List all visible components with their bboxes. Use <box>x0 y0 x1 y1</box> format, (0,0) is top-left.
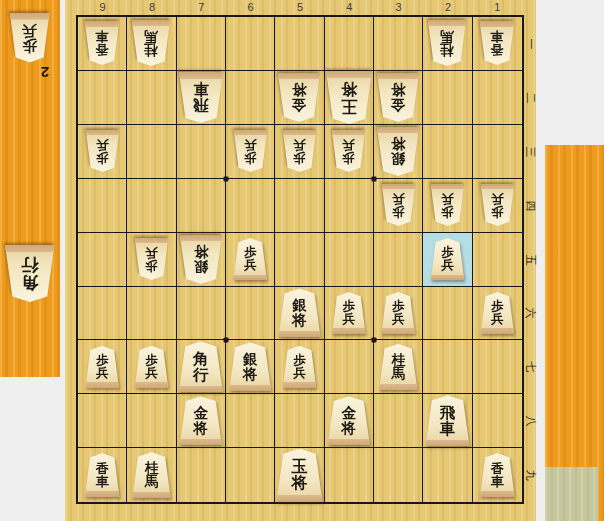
piece-face: 歩兵 <box>480 184 515 226</box>
square-1-9[interactable]: 香車 <box>473 448 522 502</box>
square-6-3[interactable]: 歩兵 <box>226 125 275 179</box>
file-label-7: 7 <box>198 1 204 14</box>
hoshi-dot <box>224 176 229 181</box>
piece-pawn-gote[interactable]: 歩兵 <box>9 13 50 63</box>
file-label-4: 4 <box>346 1 352 14</box>
piece-pawn-sente[interactable]: 歩兵 <box>430 238 465 280</box>
square-9-9[interactable]: 香車 <box>78 448 127 502</box>
rank-label-4: 四 <box>525 200 536 211</box>
piece-knight-gote[interactable]: 桂馬 <box>427 20 467 66</box>
piece-pawn-gote[interactable]: 歩兵 <box>85 130 120 172</box>
square-6-5[interactable]: 歩兵 <box>226 233 275 287</box>
rank-label-2: 二 <box>525 92 536 103</box>
square-2-6[interactable] <box>423 287 472 341</box>
piece-face: 歩兵 <box>430 238 465 280</box>
piece-face: 桂馬 <box>131 20 171 66</box>
square-4-7[interactable] <box>325 340 374 394</box>
piece-face: 歩兵 <box>381 292 416 334</box>
piece-face: 歩兵 <box>331 130 366 172</box>
rank-label-8: 八 <box>525 416 536 427</box>
square-3-1[interactable] <box>374 17 423 71</box>
square-6-8[interactable] <box>226 394 275 448</box>
piece-face: 歩兵 <box>85 346 120 388</box>
square-6-6[interactable] <box>226 287 275 341</box>
square-3-4[interactable]: 歩兵 <box>374 179 423 233</box>
square-5-4[interactable] <box>275 179 324 233</box>
square-8-3[interactable] <box>127 125 176 179</box>
piece-pawn-sente[interactable]: 歩兵 <box>282 346 317 388</box>
file-label-6: 6 <box>248 1 254 14</box>
piece-knight-gote[interactable]: 桂馬 <box>131 20 171 66</box>
piece-face: 歩兵 <box>233 238 268 280</box>
square-3-7[interactable]: 桂馬 <box>374 340 423 394</box>
hoshi-dot <box>372 176 377 181</box>
piece-gold-gote[interactable]: 金将 <box>376 73 420 122</box>
square-1-7[interactable] <box>473 340 522 394</box>
piece-gold-gote[interactable]: 金将 <box>277 73 321 122</box>
square-4-5[interactable] <box>325 233 374 287</box>
rank-label-3: 三 <box>525 146 536 157</box>
rank-label-7: 七 <box>525 362 536 373</box>
square-8-6[interactable] <box>127 287 176 341</box>
piece-face: 香車 <box>84 453 120 497</box>
piece-face: 銀将 <box>228 342 272 391</box>
piece-pawn-gote[interactable]: 歩兵 <box>480 184 515 226</box>
square-5-8[interactable] <box>275 394 324 448</box>
square-8-2[interactable] <box>127 71 176 125</box>
square-7-9[interactable] <box>177 448 226 502</box>
piece-silver-gote[interactable]: 銀将 <box>376 127 420 176</box>
square-8-4[interactable] <box>127 179 176 233</box>
piece-face: 香車 <box>84 21 120 65</box>
square-4-6[interactable]: 歩兵 <box>325 287 374 341</box>
rank-label-1: 一 <box>525 38 536 49</box>
piece-face: 金将 <box>376 73 420 122</box>
piece-lance-gote[interactable]: 香車 <box>479 21 515 65</box>
square-5-7[interactable]: 歩兵 <box>275 340 324 394</box>
piece-pawn-gote[interactable]: 歩兵 <box>381 184 416 226</box>
square-8-1[interactable]: 桂馬 <box>127 17 176 71</box>
square-4-3[interactable]: 歩兵 <box>325 125 374 179</box>
square-9-7[interactable]: 歩兵 <box>78 340 127 394</box>
square-9-4[interactable] <box>78 179 127 233</box>
piece-face: 歩兵 <box>233 130 268 172</box>
piece-face: 金将 <box>327 396 371 445</box>
piece-face: 歩兵 <box>480 292 515 334</box>
piece-silver-gote[interactable]: 銀将 <box>179 235 223 284</box>
piece-face: 歩兵 <box>9 13 50 63</box>
piece-face: 歩兵 <box>381 184 416 226</box>
piece-gold-sente[interactable]: 金将 <box>327 396 371 445</box>
square-2-8[interactable]: 飛車 <box>423 394 472 448</box>
square-1-3[interactable] <box>473 125 522 179</box>
square-6-9[interactable] <box>226 448 275 502</box>
piece-bishop-gote[interactable]: 角行 <box>4 245 56 302</box>
square-7-5[interactable]: 銀将 <box>177 233 226 287</box>
piece-face: 歩兵 <box>282 346 317 388</box>
piece-knight-sente[interactable]: 桂馬 <box>378 344 418 390</box>
piece-face: 歩兵 <box>134 238 169 280</box>
square-3-3[interactable]: 銀将 <box>374 125 423 179</box>
square-2-1[interactable]: 桂馬 <box>423 17 472 71</box>
square-8-5[interactable]: 歩兵 <box>127 233 176 287</box>
piece-pawn-sente[interactable]: 歩兵 <box>381 292 416 334</box>
piece-face: 桂馬 <box>427 20 467 66</box>
piece-face: 香車 <box>479 453 515 497</box>
piece-rook-sente[interactable]: 飛車 <box>424 395 470 446</box>
square-5-6[interactable]: 銀将 <box>275 287 324 341</box>
square-3-6[interactable]: 歩兵 <box>374 287 423 341</box>
piece-pawn-gote[interactable]: 歩兵 <box>282 130 317 172</box>
piece-face: 桂馬 <box>131 452 171 498</box>
piece-face: 飛車 <box>178 72 224 123</box>
square-3-9[interactable] <box>374 448 423 502</box>
square-7-3[interactable] <box>177 125 226 179</box>
piece-face: 銀将 <box>179 235 223 284</box>
piece-face: 角行 <box>4 245 56 302</box>
piece-face: 玉将 <box>275 449 323 502</box>
square-6-1[interactable] <box>226 17 275 71</box>
square-7-8[interactable]: 金将 <box>177 394 226 448</box>
piece-pawn-gote[interactable]: 歩兵 <box>331 130 366 172</box>
square-6-4[interactable] <box>226 179 275 233</box>
square-3-2[interactable]: 金将 <box>374 71 423 125</box>
piece-face: 歩兵 <box>430 184 465 226</box>
piece-lance-gote[interactable]: 香車 <box>84 21 120 65</box>
shogi-board: 香車桂馬桂馬香車飛車金将王将金将歩兵歩兵歩兵歩兵銀将歩兵歩兵歩兵歩兵銀将歩兵歩兵… <box>65 0 536 521</box>
sente-captured-tray <box>545 145 604 521</box>
piece-face: 銀将 <box>277 288 321 337</box>
square-8-9[interactable]: 桂馬 <box>127 448 176 502</box>
file-label-3: 3 <box>396 1 402 14</box>
piece-face: 金将 <box>277 73 321 122</box>
piece-rook-gote[interactable]: 飛車 <box>178 72 224 123</box>
square-4-2[interactable]: 王将 <box>325 71 374 125</box>
hoshi-dot <box>372 338 377 343</box>
square-2-7[interactable] <box>423 340 472 394</box>
square-5-3[interactable]: 歩兵 <box>275 125 324 179</box>
piece-face: 歩兵 <box>85 130 120 172</box>
piece-pawn-sente[interactable]: 歩兵 <box>233 238 268 280</box>
square-3-5[interactable] <box>374 233 423 287</box>
tray-green-slot <box>545 467 598 521</box>
square-7-7[interactable]: 角行 <box>177 340 226 394</box>
piece-face: 王将 <box>325 71 373 124</box>
square-4-8[interactable]: 金将 <box>325 394 374 448</box>
piece-lance-sente[interactable]: 香車 <box>479 453 515 497</box>
square-1-5[interactable] <box>473 233 522 287</box>
square-2-9[interactable] <box>423 448 472 502</box>
square-9-3[interactable]: 歩兵 <box>78 125 127 179</box>
piece-silver-sente[interactable]: 銀将 <box>228 342 272 391</box>
piece-silver-sente[interactable]: 銀将 <box>277 288 321 337</box>
square-9-6[interactable] <box>78 287 127 341</box>
square-1-6[interactable]: 歩兵 <box>473 287 522 341</box>
square-7-2[interactable]: 飛車 <box>177 71 226 125</box>
hoshi-dot <box>224 338 229 343</box>
square-5-5[interactable] <box>275 233 324 287</box>
square-2-3[interactable] <box>423 125 472 179</box>
piece-lance-sente[interactable]: 香車 <box>84 453 120 497</box>
piece-face: 銀将 <box>376 127 420 176</box>
rank-label-9: 九 <box>525 470 536 481</box>
square-7-4[interactable] <box>177 179 226 233</box>
piece-face: 角行 <box>178 341 224 392</box>
square-5-2[interactable]: 金将 <box>275 71 324 125</box>
square-1-8[interactable] <box>473 394 522 448</box>
square-7-6[interactable] <box>177 287 226 341</box>
square-6-2[interactable] <box>226 71 275 125</box>
file-label-8: 8 <box>149 1 155 14</box>
file-label-9: 9 <box>100 1 106 14</box>
file-label-2: 2 <box>445 1 451 14</box>
square-6-7[interactable]: 銀将 <box>226 340 275 394</box>
square-9-8[interactable] <box>78 394 127 448</box>
piece-face: 飛車 <box>424 395 470 446</box>
piece-face: 金将 <box>179 396 223 445</box>
piece-pawn-gote[interactable]: 歩兵 <box>134 238 169 280</box>
square-2-2[interactable] <box>423 71 472 125</box>
square-5-1[interactable] <box>275 17 324 71</box>
square-8-8[interactable] <box>127 394 176 448</box>
piece-gold-sente[interactable]: 金将 <box>179 396 223 445</box>
piece-king-sente[interactable]: 玉将 <box>275 449 323 502</box>
square-1-1[interactable]: 香車 <box>473 17 522 71</box>
piece-pawn-sente[interactable]: 歩兵 <box>134 346 169 388</box>
piece-face: 歩兵 <box>134 346 169 388</box>
shogi-app: 歩兵2角行 香車桂馬桂馬香車飛車金将王将金将歩兵歩兵歩兵歩兵銀将歩兵歩兵歩兵歩兵… <box>0 0 604 521</box>
piece-face: 歩兵 <box>331 292 366 334</box>
piece-pawn-sente[interactable]: 歩兵 <box>480 292 515 334</box>
square-4-1[interactable] <box>325 17 374 71</box>
piece-knight-sente[interactable]: 桂馬 <box>131 452 171 498</box>
piece-pawn-sente[interactable]: 歩兵 <box>85 346 120 388</box>
square-2-4[interactable]: 歩兵 <box>423 179 472 233</box>
square-2-5[interactable]: 歩兵 <box>423 233 472 287</box>
square-9-5[interactable] <box>78 233 127 287</box>
piece-pawn-sente[interactable]: 歩兵 <box>331 292 366 334</box>
file-label-1: 1 <box>494 1 500 14</box>
square-9-2[interactable] <box>78 71 127 125</box>
square-9-1[interactable]: 香車 <box>78 17 127 71</box>
file-label-5: 5 <box>297 1 303 14</box>
board-grid: 香車桂馬桂馬香車飛車金将王将金将歩兵歩兵歩兵歩兵銀将歩兵歩兵歩兵歩兵銀将歩兵歩兵… <box>76 15 524 504</box>
piece-face: 桂馬 <box>378 344 418 390</box>
piece-pawn-gote[interactable]: 歩兵 <box>430 184 465 226</box>
square-4-9[interactable] <box>325 448 374 502</box>
square-4-4[interactable] <box>325 179 374 233</box>
piece-bishop-sente[interactable]: 角行 <box>178 341 224 392</box>
square-8-7[interactable]: 歩兵 <box>127 340 176 394</box>
square-1-4[interactable]: 歩兵 <box>473 179 522 233</box>
piece-face: 歩兵 <box>282 130 317 172</box>
square-3-8[interactable] <box>374 394 423 448</box>
piece-king-gote[interactable]: 王将 <box>325 71 373 124</box>
piece-pawn-gote[interactable]: 歩兵 <box>233 130 268 172</box>
piece-face: 香車 <box>479 21 515 65</box>
rank-label-5: 五 <box>525 254 536 265</box>
rank-label-6: 六 <box>525 308 536 319</box>
square-5-9[interactable]: 玉将 <box>275 448 324 502</box>
square-1-2[interactable] <box>473 71 522 125</box>
gote-captured-tray: 歩兵2角行 <box>0 0 60 377</box>
gote-pawn-count: 2 <box>41 64 49 81</box>
square-7-1[interactable] <box>177 17 226 71</box>
